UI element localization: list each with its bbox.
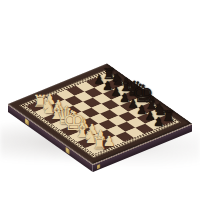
brass-hinge-icon bbox=[97, 164, 100, 169]
piece-black-p: ♟ bbox=[151, 119, 166, 128]
brass-clasp-icon bbox=[25, 118, 29, 126]
chess-set-photo: ♜♟♟♜♞♟♟♞♝♟♟♝♛♟♟♛♚♟♟♚♝♟♟♝♞♟♟♞♜♟♟♜ bbox=[0, 0, 200, 200]
piece-white-r: ♜ bbox=[92, 143, 107, 152]
brass-clasp-icon bbox=[66, 147, 70, 155]
